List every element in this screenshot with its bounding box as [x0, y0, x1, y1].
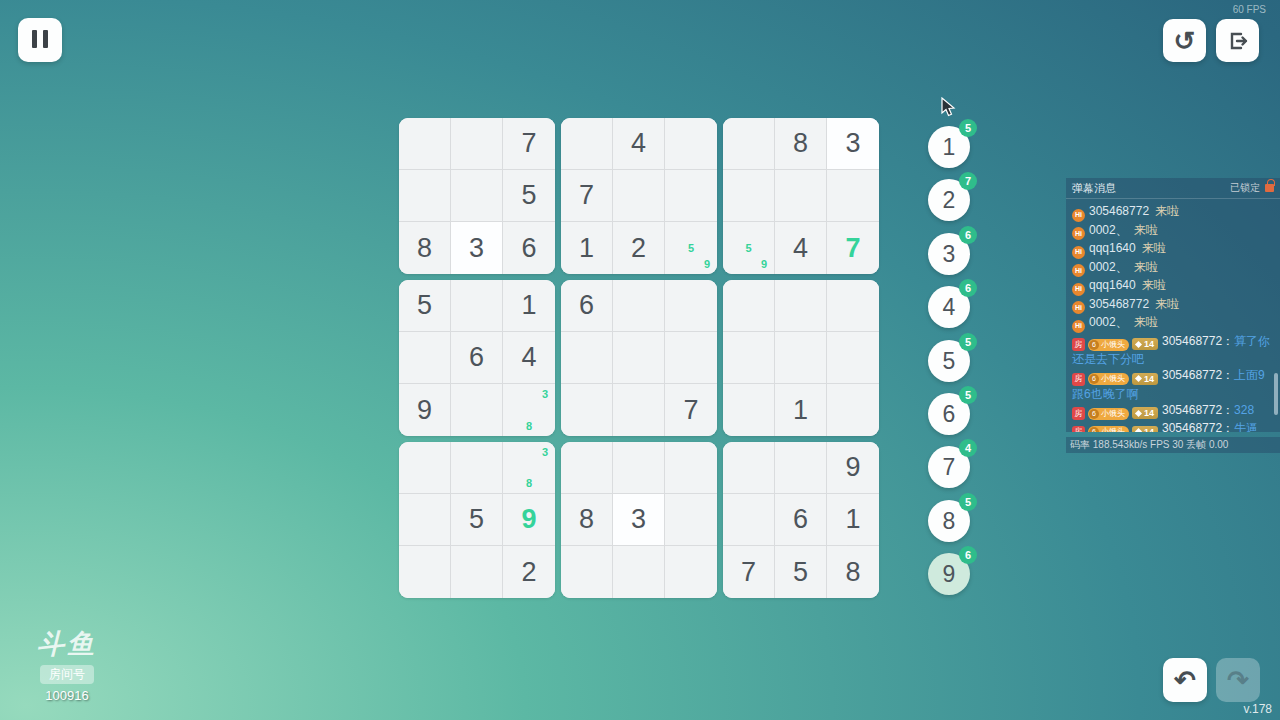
cell-r8c2[interactable]: 5 — [451, 494, 503, 546]
chat-enter-message: Hi305468772来啦 — [1072, 296, 1274, 315]
user-level-badge: 14 — [1132, 426, 1158, 433]
stream-stats: 码率 188.543kb/s FPS 30 丢帧 0.00 — [1066, 437, 1280, 453]
pencil-marks: 38 — [505, 444, 553, 491]
cell-r9c5[interactable] — [613, 546, 665, 598]
chat-enter-message: Hi305468772来啦 — [1072, 203, 1274, 222]
cell-r5c4[interactable] — [561, 332, 613, 384]
number-button-5[interactable]: 55 — [928, 340, 970, 382]
cell-r5c1[interactable] — [399, 332, 451, 384]
restart-icon: ↺ — [1174, 28, 1196, 54]
chat-message: 房6小饿头14305468772：牛逼 — [1072, 420, 1274, 432]
username: 305468772 — [1089, 297, 1149, 311]
cell-r8c6[interactable] — [665, 494, 717, 546]
cell-r7c3[interactable]: 38 — [503, 442, 555, 494]
cell-r2c1[interactable] — [399, 170, 451, 222]
cell-r6c3[interactable]: 38 — [503, 384, 555, 436]
user-level-badge: 14 — [1132, 338, 1158, 350]
remaining-count-badge: 4 — [959, 439, 977, 457]
fan-badge: 6小饿头 — [1088, 426, 1129, 432]
board-box-1: 75836 — [399, 118, 555, 274]
fan-badge: 6小饿头 — [1088, 373, 1129, 385]
cell-r8c1[interactable] — [399, 494, 451, 546]
number-button-6[interactable]: 65 — [928, 393, 970, 435]
cell-r5c3[interactable]: 4 — [503, 332, 555, 384]
username: 305468772： — [1162, 334, 1234, 348]
username: 0002、 — [1089, 223, 1128, 237]
cell-r3c1[interactable]: 8 — [399, 222, 451, 274]
cell-r1c7[interactable] — [723, 118, 775, 170]
cell-r8c3[interactable]: 9 — [503, 494, 555, 546]
fan-badge: 6小饿头 — [1088, 339, 1129, 351]
cell-r4c9[interactable] — [827, 280, 879, 332]
username: 305468772 — [1089, 204, 1149, 218]
number-button-9[interactable]: 96 — [928, 553, 970, 595]
remaining-count-badge: 5 — [959, 119, 977, 137]
room-admin-badge: 房 — [1072, 338, 1085, 351]
cell-r6c8[interactable]: 1 — [775, 384, 827, 436]
cell-r5c7[interactable] — [723, 332, 775, 384]
hi-icon: Hi — [1072, 301, 1085, 314]
pause-button[interactable] — [18, 18, 62, 62]
cell-r6c5[interactable] — [613, 384, 665, 436]
fps-label: 60 FPS — [1233, 4, 1266, 15]
user-level-badge: 14 — [1132, 373, 1158, 385]
cell-r3c8[interactable]: 4 — [775, 222, 827, 274]
cell-r6c6[interactable]: 7 — [665, 384, 717, 436]
hi-icon: Hi — [1072, 209, 1085, 222]
douyu-logo: 斗鱼 — [22, 626, 112, 662]
cell-r1c4[interactable] — [561, 118, 613, 170]
cell-r8c8[interactable]: 6 — [775, 494, 827, 546]
cell-r6c4[interactable] — [561, 384, 613, 436]
username: 305468772： — [1162, 421, 1234, 432]
username: 0002、 — [1089, 260, 1128, 274]
cell-r1c9[interactable]: 3 — [827, 118, 879, 170]
remaining-count-badge: 5 — [959, 386, 977, 404]
cell-r7c5[interactable] — [613, 442, 665, 494]
cell-r7c2[interactable] — [451, 442, 503, 494]
cell-r9c1[interactable] — [399, 546, 451, 598]
cell-r2c8[interactable] — [775, 170, 827, 222]
chat-enter-message: Hiqqq1640来啦 — [1072, 240, 1274, 259]
chat-message-list: Hi305468772来啦Hi0002、来啦Hiqqq1640来啦Hi0002、… — [1066, 199, 1280, 432]
hi-icon: Hi — [1072, 283, 1085, 296]
username: qqq1640 — [1089, 278, 1136, 292]
cell-r8c4[interactable]: 8 — [561, 494, 613, 546]
username: 0002、 — [1089, 315, 1128, 329]
mouse-cursor — [941, 97, 957, 119]
message-text: 328 — [1234, 403, 1254, 417]
enter-suffix: 来啦 — [1155, 204, 1179, 218]
username: 305468772： — [1162, 403, 1234, 417]
username: 305468772： — [1162, 368, 1234, 382]
douyu-watermark: 斗鱼 房间号 100916 — [22, 626, 112, 703]
lock-label: 已锁定 — [1230, 181, 1260, 195]
cell-r7c9[interactable]: 9 — [827, 442, 879, 494]
cell-r6c1[interactable]: 9 — [399, 384, 451, 436]
cell-r5c2[interactable]: 6 — [451, 332, 503, 384]
cell-r1c5[interactable]: 4 — [613, 118, 665, 170]
cell-r5c9[interactable] — [827, 332, 879, 384]
lock-icon[interactable] — [1265, 184, 1274, 192]
cell-r9c8[interactable]: 5 — [775, 546, 827, 598]
cell-r8c9[interactable]: 1 — [827, 494, 879, 546]
pencil-marks: 59 — [667, 224, 715, 272]
cell-r2c6[interactable] — [665, 170, 717, 222]
enter-suffix: 来啦 — [1142, 278, 1166, 292]
redo-button[interactable]: ↷ — [1216, 658, 1260, 702]
cell-r5c6[interactable] — [665, 332, 717, 384]
cell-r6c2[interactable] — [451, 384, 503, 436]
chat-message: 房6小饿头14305468772：算了你还是去下分吧 — [1072, 333, 1274, 368]
enter-suffix: 来啦 — [1142, 241, 1166, 255]
cell-r3c3[interactable]: 6 — [503, 222, 555, 274]
board-box-4: 5164938 — [399, 280, 555, 436]
cell-r4c6[interactable] — [665, 280, 717, 332]
cell-r2c5[interactable] — [613, 170, 665, 222]
enter-suffix: 来啦 — [1134, 260, 1158, 274]
cell-r4c7[interactable] — [723, 280, 775, 332]
cell-r2c7[interactable] — [723, 170, 775, 222]
number-button-3[interactable]: 36 — [928, 233, 970, 275]
cell-r9c3[interactable]: 2 — [503, 546, 555, 598]
danmaku-panel: 弹幕消息 已锁定 Hi305468772来啦Hi0002、来啦Hiqqq1640… — [1066, 178, 1280, 432]
room-admin-badge: 房 — [1072, 407, 1085, 420]
hi-icon: Hi — [1072, 246, 1085, 259]
cell-r3c9[interactable]: 7 — [827, 222, 879, 274]
hi-icon: Hi — [1072, 320, 1085, 333]
remaining-count-badge: 7 — [959, 172, 977, 190]
cell-r9c2[interactable] — [451, 546, 503, 598]
version-label: v.178 — [1244, 702, 1272, 716]
chat-enter-message: Hi0002、来啦 — [1072, 222, 1274, 241]
cell-r9c4[interactable] — [561, 546, 613, 598]
exit-button[interactable] — [1216, 19, 1259, 62]
sudoku-board: 7583647125983594751649386713859283961758 — [399, 118, 879, 598]
cell-r1c6[interactable] — [665, 118, 717, 170]
number-button-4[interactable]: 46 — [928, 286, 970, 328]
cell-r7c6[interactable] — [665, 442, 717, 494]
chat-message: 房6小饿头14305468772：上面9跟6也晚了啊 — [1072, 367, 1274, 402]
cell-r6c9[interactable] — [827, 384, 879, 436]
cell-r3c6[interactable]: 59 — [665, 222, 717, 274]
chat-enter-message: Hi0002、来啦 — [1072, 314, 1274, 333]
cell-r7c4[interactable] — [561, 442, 613, 494]
cell-r7c8[interactable] — [775, 442, 827, 494]
enter-suffix: 来啦 — [1155, 297, 1179, 311]
board-box-2: 471259 — [561, 118, 717, 274]
cell-r4c4[interactable]: 6 — [561, 280, 613, 332]
room-admin-badge: 房 — [1072, 373, 1085, 386]
hi-icon: Hi — [1072, 264, 1085, 277]
cell-r8c7[interactable] — [723, 494, 775, 546]
cell-r4c2[interactable] — [451, 280, 503, 332]
pause-icon — [29, 30, 51, 51]
board-box-5: 67 — [561, 280, 717, 436]
cell-r2c4[interactable]: 7 — [561, 170, 613, 222]
remaining-count-badge: 6 — [959, 546, 977, 564]
username: qqq1640 — [1089, 241, 1136, 255]
chat-enter-message: Hi0002、来啦 — [1072, 259, 1274, 278]
enter-suffix: 来啦 — [1134, 315, 1158, 329]
danmaku-header: 弹幕消息 已锁定 — [1066, 178, 1280, 199]
board-box-6: 1 — [723, 280, 879, 436]
remaining-count-badge: 5 — [959, 333, 977, 351]
cell-r6c7[interactable] — [723, 384, 775, 436]
number-button-2[interactable]: 27 — [928, 179, 970, 221]
chat-message: 房6小饿头14305468772：328 — [1072, 402, 1274, 421]
enter-suffix: 来啦 — [1134, 223, 1158, 237]
restart-button[interactable]: ↺ — [1163, 19, 1206, 62]
cell-r5c5[interactable] — [613, 332, 665, 384]
board-box-3: 835947 — [723, 118, 879, 274]
remaining-count-badge: 5 — [959, 493, 977, 511]
danmaku-title: 弹幕消息 — [1072, 181, 1116, 196]
board-box-8: 83 — [561, 442, 717, 598]
cell-r4c3[interactable]: 1 — [503, 280, 555, 332]
cell-r2c2[interactable] — [451, 170, 503, 222]
board-box-7: 38592 — [399, 442, 555, 598]
cell-r8c5[interactable]: 3 — [613, 494, 665, 546]
number-button-1[interactable]: 15 — [928, 126, 970, 168]
exit-icon — [1226, 29, 1250, 53]
cell-r1c3[interactable]: 7 — [503, 118, 555, 170]
cell-r2c9[interactable] — [827, 170, 879, 222]
cell-r1c2[interactable] — [451, 118, 503, 170]
room-number: 100916 — [22, 688, 112, 703]
fan-badge: 6小饿头 — [1088, 408, 1129, 420]
cell-r7c7[interactable] — [723, 442, 775, 494]
cell-r1c8[interactable]: 8 — [775, 118, 827, 170]
room-admin-badge: 房 — [1072, 426, 1085, 433]
cell-r5c8[interactable] — [775, 332, 827, 384]
cell-r3c5[interactable]: 2 — [613, 222, 665, 274]
undo-icon: ↶ — [1174, 667, 1196, 693]
cell-r3c4[interactable]: 1 — [561, 222, 613, 274]
redo-icon: ↷ — [1227, 667, 1249, 693]
cell-r9c6[interactable] — [665, 546, 717, 598]
cell-r1c1[interactable] — [399, 118, 451, 170]
chat-scrollbar[interactable] — [1274, 373, 1278, 415]
cell-r3c2[interactable]: 3 — [451, 222, 503, 274]
number-button-8[interactable]: 85 — [928, 500, 970, 542]
pencil-marks: 59 — [725, 224, 772, 272]
message-text: 牛逼 — [1234, 421, 1258, 432]
cell-r7c1[interactable] — [399, 442, 451, 494]
board-box-9: 961758 — [723, 442, 879, 598]
hi-icon: Hi — [1072, 227, 1085, 240]
number-button-7[interactable]: 74 — [928, 446, 970, 488]
remaining-count-badge: 6 — [959, 279, 977, 297]
room-label: 房间号 — [40, 665, 94, 684]
cell-r4c8[interactable] — [775, 280, 827, 332]
undo-button[interactable]: ↶ — [1163, 658, 1207, 702]
pencil-marks: 38 — [505, 386, 553, 434]
user-level-badge: 14 — [1132, 407, 1158, 419]
cell-r9c9[interactable]: 8 — [827, 546, 879, 598]
cell-r3c7[interactable]: 59 — [723, 222, 775, 274]
cell-r4c1[interactable]: 5 — [399, 280, 451, 332]
cell-r2c3[interactable]: 5 — [503, 170, 555, 222]
remaining-count-badge: 6 — [959, 226, 977, 244]
chat-enter-message: Hiqqq1640来啦 — [1072, 277, 1274, 296]
cell-r4c5[interactable] — [613, 280, 665, 332]
cell-r9c7[interactable]: 7 — [723, 546, 775, 598]
